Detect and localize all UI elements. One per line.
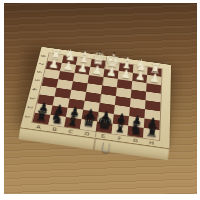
square-h5 xyxy=(146,92,161,103)
square-g2: ♟ xyxy=(128,116,144,128)
square-c1: ♝ xyxy=(64,117,81,129)
rank-label-1: 1 xyxy=(24,115,31,118)
rank-label-6: 6 xyxy=(36,71,42,74)
chess-set: ♜♞♝♛♚♝♞♜♟♟♟♟♟♟♟♟♟♟♟♟♟♟♟♟♜♞♝♛♚♝♞♜ ABCDEFG… xyxy=(14,7,188,181)
square-d5 xyxy=(86,83,102,94)
perspective-scene: ♜♞♝♛♚♝♞♜♟♟♟♟♟♟♟♟♟♟♟♟♟♟♟♟♜♞♝♛♚♝♞♜ ABCDEFG… xyxy=(22,15,180,173)
rank-label-7: 7 xyxy=(38,62,44,65)
square-f5 xyxy=(116,87,132,98)
square-c6 xyxy=(73,73,89,83)
metal-clasp xyxy=(102,142,111,153)
square-g1: ♞ xyxy=(127,126,143,138)
rank-label-2: 2 xyxy=(26,106,33,109)
rank-label-8: 8 xyxy=(40,54,46,57)
rank-label-4: 4 xyxy=(31,88,38,91)
rank-label-5: 5 xyxy=(34,79,40,82)
wooden-table-background: ♜♞♝♛♚♝♞♜♟♟♟♟♟♟♟♟♟♟♟♟♟♟♟♟♜♞♝♛♚♝♞♜ ABCDEFG… xyxy=(4,3,197,194)
square-d2: ♟ xyxy=(82,110,99,122)
front-edge-seam xyxy=(93,139,96,150)
square-e1: ♚ xyxy=(96,121,113,133)
square-h1: ♜ xyxy=(143,128,159,140)
rank-label-3: 3 xyxy=(29,97,36,100)
square-f1: ♝ xyxy=(112,124,129,136)
chess-board: ♜♞♝♛♚♝♞♜♟♟♟♟♟♟♟♟♟♟♟♟♟♟♟♟♜♞♝♛♚♝♞♜ ABCDEFG… xyxy=(20,47,171,148)
square-h4 xyxy=(145,100,160,111)
square-d1: ♛ xyxy=(80,119,97,131)
square-c5 xyxy=(71,81,87,92)
